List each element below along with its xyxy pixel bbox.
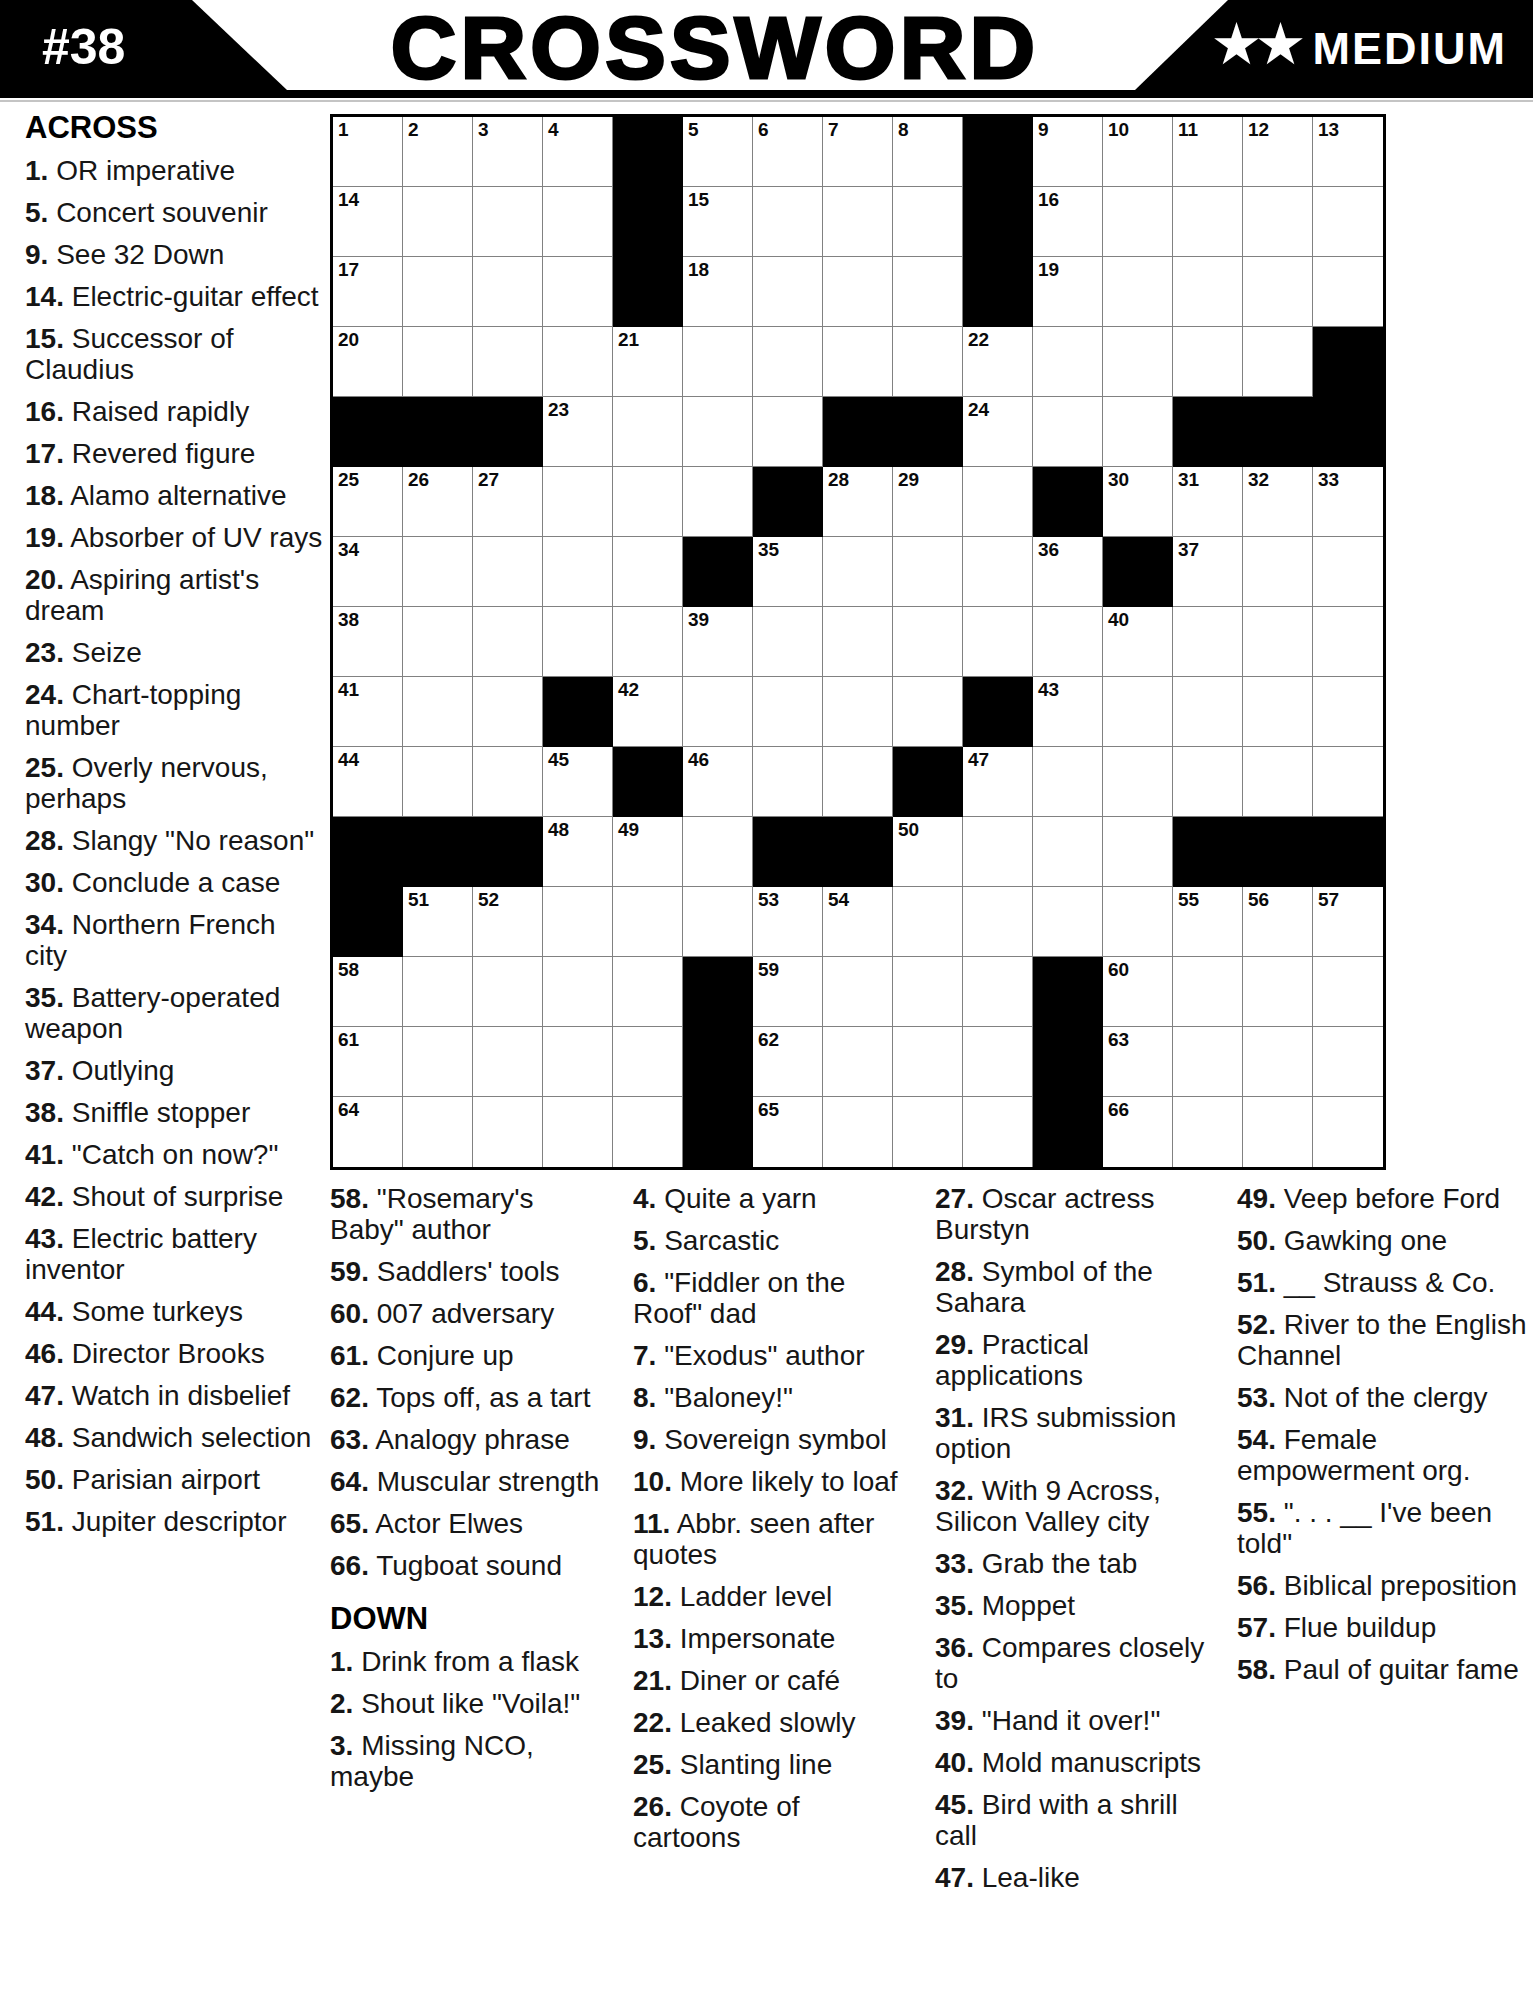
cell-number: 28	[828, 470, 849, 489]
grid-cell[interactable]	[543, 187, 613, 257]
grid-cell[interactable]: 7	[823, 117, 893, 187]
cell-number: 31	[1178, 470, 1199, 489]
grid-cell[interactable]	[403, 327, 473, 397]
clue: 5. Concert souvenir	[25, 197, 324, 228]
grid-cell[interactable]: 1	[333, 117, 403, 187]
grid-cell[interactable]	[1243, 677, 1313, 747]
grid-cell[interactable]: 58	[333, 957, 403, 1027]
grid-cell[interactable]	[893, 887, 963, 957]
clue: 36. Compares closely to	[935, 1632, 1219, 1694]
block-cell	[1313, 817, 1383, 887]
block-cell	[963, 677, 1033, 747]
grid-cell[interactable]: 27	[473, 467, 543, 537]
grid-cell[interactable]	[613, 1027, 683, 1097]
grid-cell[interactable]	[613, 397, 683, 467]
clue: 18. Alamo alternative	[25, 480, 324, 511]
grid-cell[interactable]: 49	[613, 817, 683, 887]
grid-cell[interactable]	[543, 887, 613, 957]
grid-cell[interactable]	[893, 187, 963, 257]
grid-cell[interactable]: 52	[473, 887, 543, 957]
block-cell	[613, 117, 683, 187]
grid-cell[interactable]: 29	[893, 467, 963, 537]
cell-number: 19	[1038, 260, 1059, 279]
clue: 42. Shout of surprise	[25, 1181, 324, 1212]
grid-cell[interactable]: 63	[1103, 1027, 1173, 1097]
grid-cell[interactable]	[1033, 817, 1103, 887]
grid-cell[interactable]	[613, 887, 683, 957]
grid-cell[interactable]	[473, 1027, 543, 1097]
grid-cell[interactable]	[1033, 327, 1103, 397]
clue: 14. Electric-guitar effect	[25, 281, 324, 312]
clue: 8. "Baloney!"	[633, 1382, 909, 1413]
clue: 10. More likely to loaf	[633, 1466, 909, 1497]
grid-cell[interactable]: 4	[543, 117, 613, 187]
grid-cell[interactable]	[823, 677, 893, 747]
grid-cell[interactable]	[893, 957, 963, 1027]
grid-cell[interactable]: 42	[613, 677, 683, 747]
clue: 60. 007 adversary	[330, 1298, 608, 1329]
grid-cell[interactable]	[963, 957, 1033, 1027]
grid-cell[interactable]	[543, 957, 613, 1027]
grid-cell[interactable]	[1103, 887, 1173, 957]
grid-cell[interactable]	[403, 187, 473, 257]
block-cell	[1243, 817, 1313, 887]
grid-cell[interactable]: 47	[963, 747, 1033, 817]
clue: 15. Successor of Claudius	[25, 323, 324, 385]
grid-cell[interactable]	[1173, 1097, 1243, 1167]
block-cell	[473, 397, 543, 467]
grid-cell[interactable]	[613, 957, 683, 1027]
block-cell	[963, 187, 1033, 257]
clue: 20. Aspiring artist's dream	[25, 564, 324, 626]
grid-cell[interactable]	[613, 607, 683, 677]
grid-cell[interactable]	[543, 327, 613, 397]
block-cell	[613, 187, 683, 257]
grid-cell[interactable]	[1313, 187, 1383, 257]
block-cell	[613, 257, 683, 327]
clue-column-4: 49. Veep before Ford50. Gawking one51. _…	[1237, 1183, 1527, 1696]
block-cell	[823, 397, 893, 467]
grid-cell[interactable]	[1313, 1027, 1383, 1097]
grid-cell[interactable]: 62	[753, 1027, 823, 1097]
grid-cell[interactable]	[1313, 747, 1383, 817]
grid-cell[interactable]: 50	[893, 817, 963, 887]
cell-number: 47	[968, 750, 989, 769]
grid-cell[interactable]: 10	[1103, 117, 1173, 187]
grid-cell[interactable]	[1103, 327, 1173, 397]
grid-cell[interactable]	[1243, 747, 1313, 817]
clue: 5. Sarcastic	[633, 1225, 909, 1256]
grid-cell[interactable]: 30	[1103, 467, 1173, 537]
grid-cell[interactable]	[613, 1097, 683, 1167]
block-cell	[683, 1027, 753, 1097]
cell-number: 49	[618, 820, 639, 839]
grid-cell[interactable]	[1033, 607, 1103, 677]
grid-cell[interactable]	[473, 1097, 543, 1167]
grid-cell[interactable]	[1243, 327, 1313, 397]
grid-cell[interactable]	[893, 1027, 963, 1097]
grid-cell[interactable]: 28	[823, 467, 893, 537]
clue: 4. Quite a yarn	[633, 1183, 909, 1214]
grid-cell[interactable]: 55	[1173, 887, 1243, 957]
clue: 52. River to the English Channel	[1237, 1309, 1527, 1371]
grid-cell[interactable]	[963, 467, 1033, 537]
grid-cell[interactable]	[963, 887, 1033, 957]
grid-cell[interactable]	[893, 1097, 963, 1167]
grid-cell[interactable]	[963, 1097, 1033, 1167]
clue: 3. Missing NCO, maybe	[330, 1730, 608, 1792]
grid-cell[interactable]	[1243, 1027, 1313, 1097]
clue: 17. Revered figure	[25, 438, 324, 469]
across-clues-column: ACROSS 1. OR imperative5. Concert souven…	[25, 112, 324, 1548]
cell-number: 39	[688, 610, 709, 629]
grid-cell[interactable]	[613, 537, 683, 607]
grid-cell[interactable]	[403, 957, 473, 1027]
clue: 37. Outlying	[25, 1055, 324, 1086]
cell-number: 14	[338, 190, 359, 209]
grid-cell[interactable]	[753, 397, 823, 467]
grid-cell[interactable]	[473, 607, 543, 677]
grid-cell[interactable]: 18	[683, 257, 753, 327]
grid-cell[interactable]	[1103, 257, 1173, 327]
grid-cell[interactable]	[963, 537, 1033, 607]
grid-cell[interactable]	[823, 187, 893, 257]
cell-number: 10	[1108, 120, 1129, 139]
grid-cell[interactable]	[1103, 187, 1173, 257]
grid-cell[interactable]	[753, 257, 823, 327]
block-cell	[333, 887, 403, 957]
block-cell	[1173, 397, 1243, 467]
cell-number: 46	[688, 750, 709, 769]
grid-cell[interactable]	[1173, 257, 1243, 327]
cell-number: 53	[758, 890, 779, 909]
grid-cell[interactable]	[1033, 887, 1103, 957]
grid-cell[interactable]	[823, 537, 893, 607]
grid-cell[interactable]: 13	[1313, 117, 1383, 187]
clue: 1. Drink from a flask	[330, 1646, 608, 1677]
grid-cell[interactable]: 35	[753, 537, 823, 607]
clue: 47. Lea-like	[935, 1862, 1219, 1893]
grid-cell[interactable]	[753, 327, 823, 397]
block-cell	[893, 747, 963, 817]
grid-cell[interactable]	[473, 327, 543, 397]
grid-cell[interactable]: 16	[1033, 187, 1103, 257]
cell-number: 38	[338, 610, 359, 629]
grid-cell[interactable]	[1243, 957, 1313, 1027]
grid-cell[interactable]: 54	[823, 887, 893, 957]
grid-cell[interactable]	[1173, 747, 1243, 817]
clue: 57. Flue buildup	[1237, 1612, 1527, 1643]
block-cell	[1313, 397, 1383, 467]
grid-cell[interactable]: 37	[1173, 537, 1243, 607]
grid-cell[interactable]	[403, 537, 473, 607]
grid-cell[interactable]	[893, 257, 963, 327]
header-bar: #38 CROSSWORD ★★ MEDIUM	[0, 0, 1533, 98]
cell-number: 9	[1038, 120, 1049, 139]
grid-cell[interactable]: 40	[1103, 607, 1173, 677]
grid-cell[interactable]	[403, 607, 473, 677]
cell-number: 32	[1248, 470, 1269, 489]
grid-cell[interactable]: 59	[753, 957, 823, 1027]
grid-cell[interactable]: 41	[333, 677, 403, 747]
clue: 12. Ladder level	[633, 1581, 909, 1612]
grid-cell[interactable]: 48	[543, 817, 613, 887]
grid-cell[interactable]	[753, 607, 823, 677]
grid-cell[interactable]	[1103, 817, 1173, 887]
grid-cell[interactable]: 12	[1243, 117, 1313, 187]
grid-cell[interactable]	[1103, 747, 1173, 817]
grid-cell[interactable]	[473, 257, 543, 327]
grid-cell[interactable]: 51	[403, 887, 473, 957]
block-cell	[333, 817, 403, 887]
cell-number: 15	[688, 190, 709, 209]
grid-cell[interactable]	[543, 467, 613, 537]
grid-cell[interactable]	[473, 677, 543, 747]
grid-cell[interactable]	[1313, 677, 1383, 747]
clue: 51. __ Strauss & Co.	[1237, 1267, 1527, 1298]
grid-cell[interactable]: 11	[1173, 117, 1243, 187]
clue: 16. Raised rapidly	[25, 396, 324, 427]
cell-number: 11	[1178, 120, 1198, 139]
cell-number: 3	[478, 120, 489, 139]
grid-cell[interactable]	[753, 187, 823, 257]
grid-cell[interactable]	[823, 607, 893, 677]
grid-cell[interactable]: 57	[1313, 887, 1383, 957]
cell-number: 43	[1038, 680, 1059, 699]
across-header: ACROSS	[25, 112, 324, 143]
grid-cell[interactable]: 46	[683, 747, 753, 817]
clue: 13. Impersonate	[633, 1623, 909, 1654]
clue: 30. Conclude a case	[25, 867, 324, 898]
grid-cell[interactable]	[683, 397, 753, 467]
cell-number: 5	[688, 120, 699, 139]
clue-column-3: 27. Oscar actress Burstyn28. Symbol of t…	[935, 1183, 1219, 1904]
grid-cell[interactable]	[683, 327, 753, 397]
grid-cell[interactable]: 43	[1033, 677, 1103, 747]
grid-cell[interactable]: 24	[963, 397, 1033, 467]
grid-cell[interactable]: 5	[683, 117, 753, 187]
cell-number: 34	[338, 540, 359, 559]
grid-cell[interactable]: 3	[473, 117, 543, 187]
clue-column-1: 58. "Rosemary's Baby" author59. Saddlers…	[330, 1183, 608, 1803]
grid-cell[interactable]	[1313, 607, 1383, 677]
grid-cell[interactable]	[1243, 537, 1313, 607]
grid-cell[interactable]	[1173, 187, 1243, 257]
grid-cell[interactable]: 31	[1173, 467, 1243, 537]
grid-cell[interactable]	[893, 677, 963, 747]
grid-cell[interactable]: 34	[333, 537, 403, 607]
clue: 43. Electric battery inventor	[25, 1223, 324, 1285]
grid-cell[interactable]	[823, 327, 893, 397]
grid-cell[interactable]	[683, 817, 753, 887]
grid-cell[interactable]	[1173, 607, 1243, 677]
grid-cell[interactable]	[1173, 327, 1243, 397]
grid-cell[interactable]: 21	[613, 327, 683, 397]
clue: 7. "Exodus" author	[633, 1340, 909, 1371]
grid-cell[interactable]	[823, 957, 893, 1027]
grid-cell[interactable]	[963, 817, 1033, 887]
grid-cell[interactable]	[1173, 677, 1243, 747]
grid-cell[interactable]	[753, 677, 823, 747]
grid-cell[interactable]	[1173, 957, 1243, 1027]
grid-cell[interactable]: 56	[1243, 887, 1313, 957]
grid-cell[interactable]	[893, 607, 963, 677]
cell-number: 22	[968, 330, 989, 349]
grid-cell[interactable]	[403, 677, 473, 747]
grid-cell[interactable]: 65	[753, 1097, 823, 1167]
grid-cell[interactable]	[823, 1027, 893, 1097]
clue: 6. "Fiddler on the Roof" dad	[633, 1267, 909, 1329]
grid-cell[interactable]: 61	[333, 1027, 403, 1097]
grid-cell[interactable]: 19	[1033, 257, 1103, 327]
block-cell	[753, 467, 823, 537]
grid-cell[interactable]	[1033, 747, 1103, 817]
grid-cell[interactable]: 20	[333, 327, 403, 397]
block-cell	[1173, 817, 1243, 887]
grid-cell[interactable]: 44	[333, 747, 403, 817]
grid-cell[interactable]: 45	[543, 747, 613, 817]
grid-cell[interactable]	[683, 887, 753, 957]
grid-cell[interactable]	[1243, 257, 1313, 327]
cell-number: 18	[688, 260, 709, 279]
grid-cell[interactable]: 22	[963, 327, 1033, 397]
grid-cell[interactable]	[613, 467, 683, 537]
clue: 32. With 9 Across, Silicon Valley city	[935, 1475, 1219, 1537]
clue: 9. Sovereign symbol	[633, 1424, 909, 1455]
grid-cell[interactable]	[1243, 1097, 1313, 1167]
grid-cell[interactable]	[473, 957, 543, 1027]
clue: 62. Tops off, as a tart	[330, 1382, 608, 1413]
grid-cell[interactable]	[683, 467, 753, 537]
grid-cell[interactable]: 60	[1103, 957, 1173, 1027]
clue: 61. Conjure up	[330, 1340, 608, 1371]
cell-number: 13	[1318, 120, 1339, 139]
grid-cell[interactable]	[963, 607, 1033, 677]
cell-number: 55	[1178, 890, 1199, 909]
grid-cell[interactable]	[1313, 957, 1383, 1027]
clue: 28. Slangy "No reason"	[25, 825, 324, 856]
grid-cell[interactable]: 23	[543, 397, 613, 467]
grid-cell[interactable]	[683, 677, 753, 747]
grid-cell[interactable]	[403, 1027, 473, 1097]
grid-cell[interactable]	[1313, 257, 1383, 327]
grid-cell[interactable]	[823, 257, 893, 327]
grid-cell[interactable]: 32	[1243, 467, 1313, 537]
cell-number: 62	[758, 1030, 779, 1049]
grid-cell[interactable]: 17	[333, 257, 403, 327]
clue: 46. Director Brooks	[25, 1338, 324, 1369]
cell-number: 56	[1248, 890, 1269, 909]
clue: 50. Parisian airport	[25, 1464, 324, 1495]
clue: 1. OR imperative	[25, 155, 324, 186]
clue: 58. "Rosemary's Baby" author	[330, 1183, 608, 1245]
grid-cell[interactable]	[403, 257, 473, 327]
clue: 50. Gawking one	[1237, 1225, 1527, 1256]
grid-cell[interactable]	[823, 747, 893, 817]
grid-cell[interactable]: 39	[683, 607, 753, 677]
grid-cell[interactable]	[473, 747, 543, 817]
cell-number: 12	[1248, 120, 1269, 139]
grid-cell[interactable]: 2	[403, 117, 473, 187]
grid-cell[interactable]: 36	[1033, 537, 1103, 607]
cell-number: 52	[478, 890, 499, 909]
grid-cell[interactable]: 33	[1313, 467, 1383, 537]
grid-cell[interactable]	[1243, 607, 1313, 677]
grid-cell[interactable]	[1103, 397, 1173, 467]
grid-cell[interactable]	[1033, 397, 1103, 467]
cell-number: 51	[408, 890, 429, 909]
grid-cell[interactable]	[403, 1097, 473, 1167]
clue: 41. "Catch on now?"	[25, 1139, 324, 1170]
grid-cell[interactable]	[543, 1097, 613, 1167]
clue: 56. Biblical preposition	[1237, 1570, 1527, 1601]
clue: 51. Jupiter descriptor	[25, 1506, 324, 1537]
grid-cell[interactable]: 15	[683, 187, 753, 257]
clue: 55. ". . . __ I've been told"	[1237, 1497, 1527, 1559]
grid-cell[interactable]: 66	[1103, 1097, 1173, 1167]
cell-number: 50	[898, 820, 919, 839]
header-divider	[0, 100, 1533, 102]
grid-cell[interactable]	[403, 747, 473, 817]
grid-cell[interactable]: 25	[333, 467, 403, 537]
clue: 27. Oscar actress Burstyn	[935, 1183, 1219, 1245]
block-cell	[683, 957, 753, 1027]
cell-number: 60	[1108, 960, 1129, 979]
grid-cell[interactable]	[963, 1027, 1033, 1097]
grid-cell[interactable]	[543, 607, 613, 677]
grid-cell[interactable]: 14	[333, 187, 403, 257]
grid-cell[interactable]	[1103, 677, 1173, 747]
grid-cell[interactable]	[1243, 187, 1313, 257]
grid-cell[interactable]	[893, 537, 963, 607]
grid-cell[interactable]	[753, 747, 823, 817]
cell-number: 59	[758, 960, 779, 979]
clue: 54. Female empowerment org.	[1237, 1424, 1527, 1486]
grid-cell[interactable]	[543, 537, 613, 607]
grid-cell[interactable]: 26	[403, 467, 473, 537]
clue: 33. Grab the tab	[935, 1548, 1219, 1579]
grid-cell[interactable]: 53	[753, 887, 823, 957]
clue-column-2: 4. Quite a yarn5. Sarcastic6. "Fiddler o…	[633, 1183, 909, 1864]
grid-cell[interactable]	[1173, 1027, 1243, 1097]
block-cell	[963, 117, 1033, 187]
grid-cell[interactable]	[473, 187, 543, 257]
grid-cell[interactable]	[823, 1097, 893, 1167]
grid-cell[interactable]	[543, 1027, 613, 1097]
grid-cell[interactable]: 8	[893, 117, 963, 187]
grid-cell[interactable]	[893, 327, 963, 397]
block-cell	[403, 397, 473, 467]
grid-cell[interactable]	[1313, 537, 1383, 607]
grid-cell[interactable]: 64	[333, 1097, 403, 1167]
clue: 26. Coyote of cartoons	[633, 1791, 909, 1853]
page-title: CROSSWORD	[267, 0, 1163, 94]
clue: 64. Muscular strength	[330, 1466, 608, 1497]
grid-cell[interactable]: 9	[1033, 117, 1103, 187]
cell-number: 45	[548, 750, 569, 769]
grid-cell[interactable]: 6	[753, 117, 823, 187]
clue: 49. Veep before Ford	[1237, 1183, 1527, 1214]
grid-cell[interactable]: 38	[333, 607, 403, 677]
clue: 66. Tugboat sound	[330, 1550, 608, 1581]
grid-cell[interactable]	[543, 257, 613, 327]
grid-cell[interactable]	[1313, 1097, 1383, 1167]
crossword-grid: 1234567891011121314151617181920212223242…	[330, 114, 1386, 1170]
cell-number: 35	[758, 540, 779, 559]
clue: 22. Leaked slowly	[633, 1707, 909, 1738]
grid-cell[interactable]	[473, 537, 543, 607]
cell-number: 54	[828, 890, 849, 909]
